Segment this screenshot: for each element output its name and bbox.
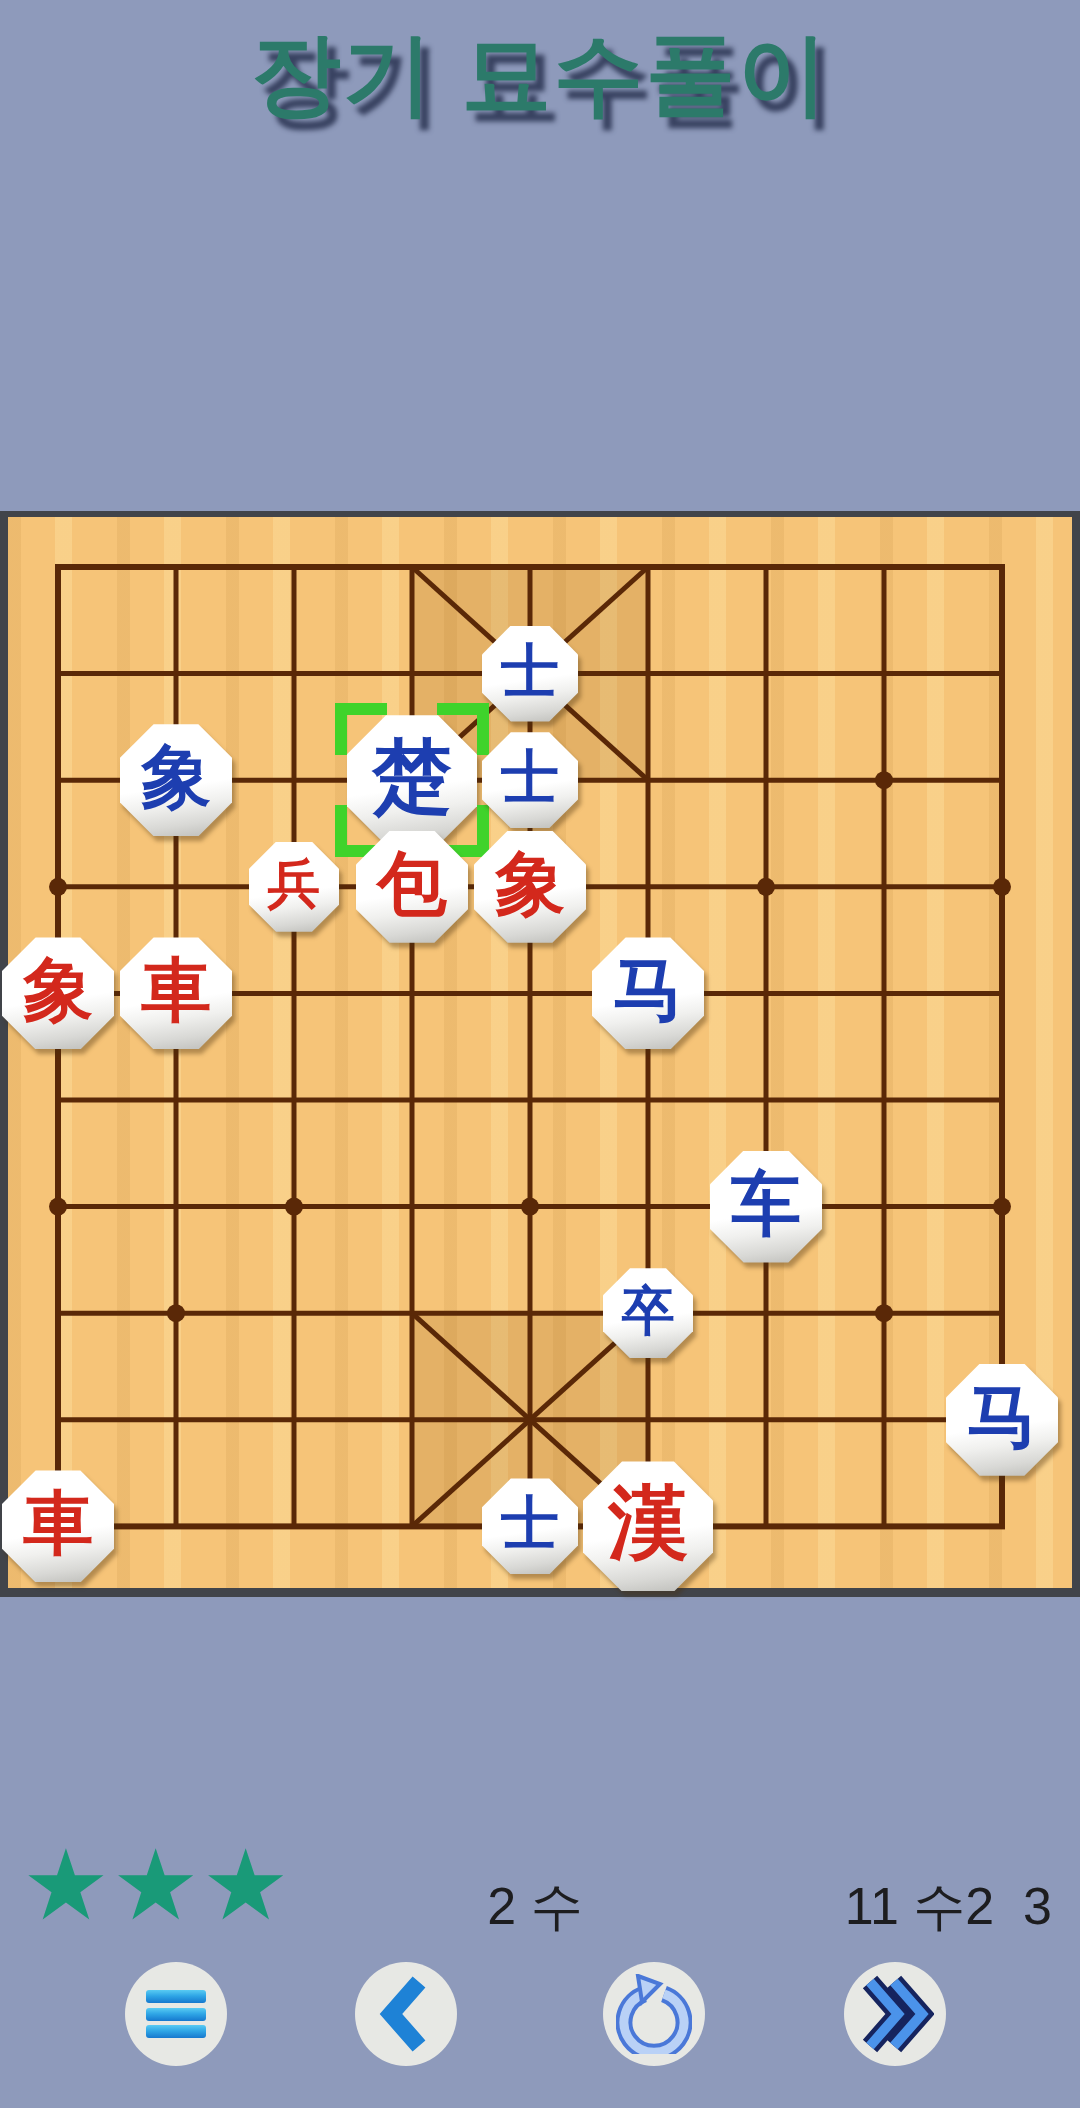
circular-arrow-icon (616, 1974, 692, 2054)
piece-blue-guard[interactable]: 士 (482, 732, 578, 828)
double-right-chevron-icon (856, 1972, 934, 2056)
piece-blue-pawn[interactable]: 卒 (603, 1268, 693, 1358)
menu-button[interactable] (125, 1962, 227, 2066)
piece-red-chariot[interactable]: 車 (120, 937, 232, 1049)
restart-button[interactable] (603, 1962, 705, 2066)
star-icon: ★ (112, 1830, 202, 1940)
piece-red-elephant[interactable]: 象 (474, 831, 586, 943)
janggi-board[interactable]: 士象楚士兵包象象車马车卒马車士漢 (8, 517, 1072, 1588)
piece-red-pawn[interactable]: 兵 (249, 842, 339, 932)
piece-red-king[interactable]: 漢 (583, 1461, 713, 1591)
piece-red-elephant[interactable]: 象 (2, 937, 114, 1049)
app-title: 장기 묘수풀이 (0, 14, 1080, 136)
piece-blue-elephant[interactable]: 象 (120, 724, 232, 836)
janggi-puzzle-app: { "app": { "title": "장기 묘수풀이", "title_co… (0, 0, 1080, 2108)
piece-blue-guard[interactable]: 士 (482, 1478, 578, 1574)
board-frame: 士象楚士兵包象象車马车卒马車士漢 (0, 511, 1080, 1597)
difficulty-stars: ★★★ (22, 1836, 292, 1934)
piece-blue-guard[interactable]: 士 (482, 626, 578, 722)
star-icon: ★ (22, 1830, 112, 1940)
piece-blue-horse[interactable]: 马 (592, 937, 704, 1049)
piece-blue-horse[interactable]: 马 (946, 1364, 1058, 1476)
piece-blue-chariot[interactable]: 车 (710, 1151, 822, 1263)
back-button[interactable] (355, 1962, 457, 2066)
piece-red-cannon[interactable]: 包 (356, 831, 468, 943)
next-button[interactable] (844, 1962, 946, 2066)
hamburger-menu-icon (146, 1986, 206, 2043)
puzzle-info-label: 11 수2 3 (845, 1872, 1052, 1942)
piece-blue-king[interactable]: 楚 (347, 715, 477, 845)
left-chevron-icon (371, 1974, 441, 2054)
star-icon: ★ (202, 1830, 292, 1940)
move-count-label: 2 수 (380, 1872, 690, 1942)
piece-red-chariot[interactable]: 車 (2, 1470, 114, 1582)
